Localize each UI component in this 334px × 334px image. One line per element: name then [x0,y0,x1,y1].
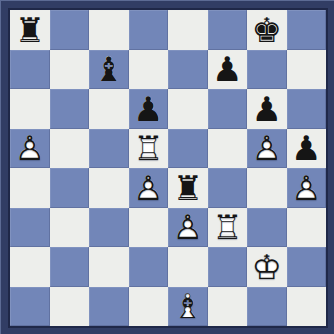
square-a6[interactable] [10,89,50,129]
rook-icon: ♜ [10,10,50,50]
black-pawn-f7[interactable]: ♙♟ [208,50,248,90]
square-h6[interactable] [287,89,327,129]
pawn-icon: ♙ [129,89,169,129]
rook-icon: ♖ [168,168,208,208]
square-g4[interactable] [247,168,287,208]
pawn-icon: ♟ [247,89,287,129]
pawn-icon: ♙ [10,129,50,169]
white-bishop-e1[interactable]: ♝♗ [168,287,208,327]
square-g8[interactable]: ♔♚ [247,10,287,50]
pawn-icon: ♙ [247,89,287,129]
square-e1[interactable]: ♝♗ [168,287,208,327]
black-king-g8[interactable]: ♔♚ [247,10,287,50]
pawn-icon: ♙ [247,129,287,169]
pawn-icon: ♟ [129,168,169,208]
square-c1[interactable] [89,287,129,327]
square-a5[interactable]: ♟♙ [10,129,50,169]
rook-icon: ♖ [129,129,169,169]
square-d1[interactable] [129,287,169,327]
white-pawn-d4[interactable]: ♟♙ [129,168,169,208]
square-h2[interactable] [287,247,327,287]
square-g1[interactable] [247,287,287,327]
square-c4[interactable] [89,168,129,208]
square-c2[interactable] [89,247,129,287]
square-d3[interactable] [129,208,169,248]
square-c7[interactable]: ♗♝ [89,50,129,90]
rook-icon: ♜ [129,129,169,169]
square-b5[interactable] [50,129,90,169]
pawn-icon: ♙ [168,208,208,248]
square-a4[interactable] [10,168,50,208]
square-d2[interactable] [129,247,169,287]
pawn-icon: ♟ [247,129,287,169]
square-f6[interactable] [208,89,248,129]
pawn-icon: ♟ [287,129,327,169]
square-a3[interactable] [10,208,50,248]
chess-board: ♖♜♔♚♗♝♙♟♙♟♙♟♟♙♜♖♟♙♙♟♟♙♖♜♟♙♟♙♜♖♚♔♝♗ [10,10,326,326]
square-g6[interactable]: ♙♟ [247,89,287,129]
square-d7[interactable] [129,50,169,90]
square-g7[interactable] [247,50,287,90]
white-pawn-g5[interactable]: ♟♙ [247,129,287,169]
black-pawn-d6[interactable]: ♙♟ [129,89,169,129]
square-e7[interactable] [168,50,208,90]
pawn-icon: ♟ [129,89,169,129]
square-d4[interactable]: ♟♙ [129,168,169,208]
square-e6[interactable] [168,89,208,129]
square-a1[interactable] [10,287,50,327]
square-e8[interactable] [168,10,208,50]
rook-icon: ♜ [208,208,248,248]
square-f4[interactable] [208,168,248,208]
square-b3[interactable] [50,208,90,248]
pawn-icon: ♟ [208,50,248,90]
square-a2[interactable] [10,247,50,287]
square-h7[interactable] [287,50,327,90]
white-rook-f3[interactable]: ♜♖ [208,208,248,248]
square-a7[interactable] [10,50,50,90]
square-b2[interactable] [50,247,90,287]
square-b6[interactable] [50,89,90,129]
bishop-icon: ♗ [168,287,208,327]
pawn-icon: ♙ [287,129,327,169]
black-rook-a8[interactable]: ♖♜ [10,10,50,50]
king-icon: ♔ [247,10,287,50]
square-a8[interactable]: ♖♜ [10,10,50,50]
square-c6[interactable] [89,89,129,129]
white-rook-d5[interactable]: ♜♖ [129,129,169,169]
king-icon: ♚ [247,247,287,287]
pawn-icon: ♟ [287,168,327,208]
square-e3[interactable]: ♟♙ [168,208,208,248]
square-f7[interactable]: ♙♟ [208,50,248,90]
square-b4[interactable] [50,168,90,208]
bishop-icon: ♗ [89,50,129,90]
square-h4[interactable]: ♟♙ [287,168,327,208]
king-icon: ♚ [247,10,287,50]
rook-icon: ♜ [168,168,208,208]
square-b8[interactable] [50,10,90,50]
white-pawn-a5[interactable]: ♟♙ [10,129,50,169]
square-e5[interactable] [168,129,208,169]
square-h5[interactable]: ♙♟ [287,129,327,169]
rook-icon: ♖ [10,10,50,50]
square-f8[interactable] [208,10,248,50]
square-e4[interactable]: ♖♜ [168,168,208,208]
square-h8[interactable] [287,10,327,50]
square-g5[interactable]: ♟♙ [247,129,287,169]
black-bishop-c7[interactable]: ♗♝ [89,50,129,90]
square-f2[interactable] [208,247,248,287]
pawn-icon: ♟ [168,208,208,248]
square-c5[interactable] [89,129,129,169]
square-d6[interactable]: ♙♟ [129,89,169,129]
square-h1[interactable] [287,287,327,327]
rook-icon: ♖ [208,208,248,248]
square-g2[interactable]: ♚♔ [247,247,287,287]
bishop-icon: ♝ [168,287,208,327]
pawn-icon: ♙ [129,168,169,208]
white-pawn-h4[interactable]: ♟♙ [287,168,327,208]
black-rook-e4[interactable]: ♖♜ [168,168,208,208]
square-d8[interactable] [129,10,169,50]
square-d5[interactable]: ♜♖ [129,129,169,169]
square-c3[interactable] [89,208,129,248]
bishop-icon: ♝ [89,50,129,90]
square-f3[interactable]: ♜♖ [208,208,248,248]
black-pawn-h5[interactable]: ♙♟ [287,129,327,169]
chess-board-frame: ♖♜♔♚♗♝♙♟♙♟♙♟♟♙♜♖♟♙♙♟♟♙♖♜♟♙♟♙♜♖♚♔♝♗ [0,0,334,334]
square-e2[interactable] [168,247,208,287]
pawn-icon: ♙ [287,168,327,208]
black-pawn-g6[interactable]: ♙♟ [247,89,287,129]
white-king-g2[interactable]: ♚♔ [247,247,287,287]
pawn-icon: ♙ [208,50,248,90]
square-b1[interactable] [50,287,90,327]
square-b7[interactable] [50,50,90,90]
king-icon: ♔ [247,247,287,287]
square-f5[interactable] [208,129,248,169]
square-f1[interactable] [208,287,248,327]
square-g3[interactable] [247,208,287,248]
square-c8[interactable] [89,10,129,50]
pawn-icon: ♟ [10,129,50,169]
white-pawn-e3[interactable]: ♟♙ [168,208,208,248]
square-h3[interactable] [287,208,327,248]
